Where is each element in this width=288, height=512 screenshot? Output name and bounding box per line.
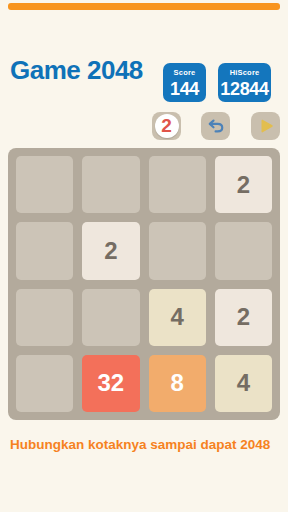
empty-cell-r2c3 (149, 222, 206, 279)
score-box: Score 144 (163, 63, 206, 102)
score-value: 144 (170, 77, 199, 102)
tile-32-r4c2: 32 (82, 355, 139, 412)
next-tile-indicator: 2 (155, 114, 179, 138)
tile-4-r4c4: 4 (215, 355, 272, 412)
next-tile-button[interactable]: 2 (152, 112, 181, 140)
undo-icon (206, 116, 226, 136)
empty-cell-r3c2 (82, 289, 139, 346)
top-accent-bar (8, 3, 280, 10)
undo-button[interactable] (201, 112, 230, 140)
next-tile-value: 2 (161, 115, 172, 137)
app-screen: Game 2048 Score 144 HiScore 12844 2 2242… (0, 0, 288, 512)
tile-2-r1c4: 2 (215, 156, 272, 213)
empty-cell-r4c1 (16, 355, 73, 412)
score-label: Score (174, 68, 196, 77)
empty-cell-r2c4 (215, 222, 272, 279)
empty-cell-r2c1 (16, 222, 73, 279)
tile-2-r3c4: 2 (215, 289, 272, 346)
board[interactable]: 22423284 (8, 148, 280, 420)
empty-cell-r1c3 (149, 156, 206, 213)
empty-cell-r3c1 (16, 289, 73, 346)
tile-4-r3c3: 4 (149, 289, 206, 346)
empty-cell-r1c2 (82, 156, 139, 213)
play-icon (257, 117, 275, 135)
hiscore-value: 12844 (220, 77, 269, 102)
hiscore-box: HiScore 12844 (218, 63, 271, 102)
footer-hint: Hubungkan kotaknya sampai dapat 2048 (10, 437, 282, 453)
page-title: Game 2048 (10, 55, 143, 85)
empty-cell-r1c1 (16, 156, 73, 213)
tile-8-r4c3: 8 (149, 355, 206, 412)
play-button[interactable] (251, 112, 280, 140)
hiscore-label: HiScore (230, 68, 260, 77)
tile-2-r2c2: 2 (82, 222, 139, 279)
